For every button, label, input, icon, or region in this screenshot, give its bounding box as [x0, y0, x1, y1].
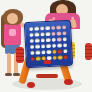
board-foot-left [27, 82, 35, 88]
empty-hole [62, 25, 67, 30]
empty-hole [40, 38, 45, 43]
empty-hole [35, 44, 40, 49]
product-photo-stage [0, 0, 92, 92]
empty-hole [56, 25, 61, 30]
empty-hole [51, 31, 56, 36]
yellow-disc [36, 56, 41, 61]
empty-hole [35, 32, 40, 37]
board-foot-right [64, 79, 73, 85]
red-disc [30, 57, 35, 62]
empty-hole [41, 50, 46, 55]
yellow-disc [52, 49, 57, 54]
left-girl-face [7, 13, 18, 24]
empty-hole [41, 44, 46, 49]
empty-hole [45, 26, 50, 31]
left-girl-shirt-print [9, 29, 16, 36]
empty-hole [47, 50, 52, 55]
empty-hole [40, 32, 45, 37]
empty-hole [57, 43, 62, 48]
empty-hole [63, 43, 68, 48]
left-girl-sandal [13, 73, 20, 76]
red-disc [58, 49, 63, 54]
board-grid [28, 24, 69, 62]
left-girl-sandal [5, 73, 12, 76]
empty-hole [35, 50, 40, 55]
board-crossbar [36, 74, 58, 78]
yellow-disc [58, 55, 63, 60]
empty-hole [62, 31, 67, 36]
empty-hole [29, 33, 34, 38]
empty-hole [29, 39, 34, 44]
red-disc [64, 55, 69, 60]
empty-hole [35, 38, 40, 43]
empty-hole [30, 45, 35, 50]
brand-sticker [44, 60, 51, 64]
empty-hole [34, 26, 39, 31]
red-disc-stack[interactable] [16, 47, 24, 63]
empty-hole [63, 37, 68, 42]
empty-hole [57, 37, 62, 42]
empty-hole [63, 49, 68, 54]
cell-r6c7[interactable] [63, 54, 69, 60]
empty-hole [29, 27, 34, 32]
left-girl-leg [7, 53, 11, 74]
empty-hole [30, 51, 35, 56]
empty-hole [40, 26, 45, 31]
empty-hole [46, 44, 51, 49]
yellow-disc [52, 55, 57, 60]
empty-hole [52, 37, 57, 42]
empty-hole [46, 32, 51, 37]
empty-hole [52, 43, 57, 48]
empty-hole [51, 25, 56, 30]
red-disc-stack-right[interactable] [85, 43, 92, 60]
empty-hole [46, 38, 51, 43]
empty-hole [57, 31, 62, 36]
